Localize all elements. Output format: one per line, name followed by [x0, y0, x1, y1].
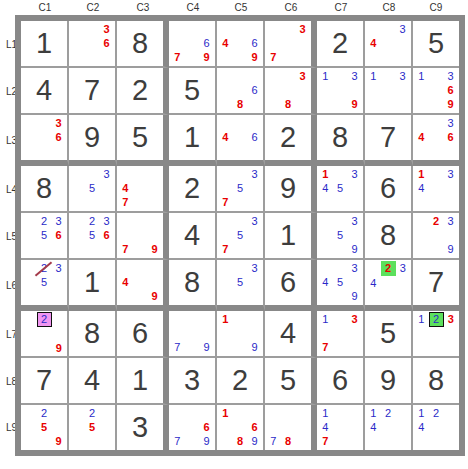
- candidate-7: 7: [218, 196, 233, 210]
- candidate-grid: 469: [217, 21, 263, 66]
- candidate-1: 1: [318, 312, 333, 326]
- cell-value: 4: [169, 213, 215, 258]
- candidate-8: 8: [233, 98, 248, 112]
- cell-value: 1: [117, 358, 163, 403]
- candidate-grid: 79: [169, 311, 215, 356]
- cell-r3c4[interactable]: 1: [169, 115, 217, 166]
- cell-r6c4[interactable]: 8: [169, 260, 217, 311]
- cell-r8c8[interactable]: 9: [365, 358, 413, 405]
- cell-value: 2: [117, 68, 163, 113]
- cell-r2c7[interactable]: 139: [317, 68, 365, 115]
- sudoku-board: 1368679469372345472568381391313693695146…: [15, 15, 465, 456]
- cell-r5c4[interactable]: 4: [169, 213, 217, 260]
- cell-r9c8[interactable]: 124: [365, 405, 413, 450]
- cell-r7c7[interactable]: 137: [317, 311, 365, 358]
- cell-value: 3: [117, 405, 163, 450]
- candidate-8: 8: [281, 98, 296, 112]
- cell-r9c5[interactable]: 1689: [217, 405, 265, 450]
- cell-value: 8: [117, 21, 163, 66]
- cell-r5c3[interactable]: 79: [117, 213, 169, 260]
- candidate-7: 7: [218, 243, 233, 257]
- candidate-grid: 13: [365, 68, 411, 113]
- candidate-grid: 35: [69, 166, 115, 211]
- candidate-1: 1: [414, 167, 429, 181]
- cell-r3c3[interactable]: 5: [117, 115, 169, 166]
- cell-r6c8[interactable]: 234: [365, 260, 413, 311]
- candidate-9: 9: [443, 98, 458, 112]
- candidate-5: 5: [37, 420, 52, 434]
- candidate-8: 8: [281, 435, 296, 449]
- cell-value: 9: [69, 115, 115, 160]
- candidate-4: 4: [318, 275, 333, 289]
- candidate-7: 7: [118, 196, 133, 210]
- cell-r3c7[interactable]: 8: [317, 115, 365, 166]
- candidate-3: 3: [443, 116, 458, 130]
- cell-r6c9[interactable]: 7: [413, 260, 459, 311]
- cell-value: 1: [169, 115, 215, 160]
- cell-r8c3[interactable]: 1: [117, 358, 169, 405]
- cell-r4c5[interactable]: 357: [217, 166, 265, 213]
- cell-value: 6: [317, 358, 363, 403]
- candidate-1: 1: [414, 312, 429, 327]
- candidate-2: 2: [429, 214, 444, 228]
- candidate-2: 2: [381, 261, 396, 276]
- cell-value: 2: [217, 358, 263, 403]
- cell-r9c4[interactable]: 679: [169, 405, 217, 450]
- candidate-grid: 234: [365, 260, 411, 305]
- candidate-grid: 19: [217, 311, 263, 356]
- cell-r5c5[interactable]: 357: [217, 213, 265, 260]
- cell-value: 2: [317, 21, 363, 66]
- candidate-3: 3: [295, 22, 310, 36]
- cell-r9c1[interactable]: 259: [21, 405, 69, 450]
- candidate-5: 5: [333, 275, 348, 289]
- cell-value: 8: [365, 213, 411, 258]
- candidate-7: 7: [170, 51, 185, 65]
- candidate-4: 4: [218, 36, 233, 50]
- cell-value: 6: [265, 260, 311, 305]
- cell-r5c7[interactable]: 359: [317, 213, 365, 260]
- cell-value: 9: [365, 358, 411, 403]
- cell-value: 5: [265, 358, 311, 403]
- candidate-grid: 36: [69, 21, 115, 66]
- candidate-3: 3: [347, 167, 362, 181]
- cell-r1c1[interactable]: 1: [21, 21, 69, 68]
- candidate-grid: 124: [365, 405, 411, 450]
- candidate-grid: 346: [413, 115, 459, 160]
- candidate-grid: 2356: [69, 213, 115, 258]
- cell-r1c2[interactable]: 36: [69, 21, 117, 68]
- candidate-5: 5: [233, 228, 248, 242]
- cell-r2c4[interactable]: 5: [169, 68, 217, 115]
- candidate-4: 4: [414, 130, 429, 144]
- cell-r9c2[interactable]: 25: [69, 405, 117, 450]
- candidate-1: 1: [318, 69, 333, 83]
- highlight-green: 2: [381, 261, 396, 276]
- cell-value: 4: [265, 311, 311, 356]
- candidate-3: 3: [347, 261, 362, 275]
- candidate-6: 6: [247, 83, 262, 97]
- candidate-3: 3: [347, 214, 362, 228]
- candidate-8: 8: [233, 435, 248, 449]
- candidate-9: 9: [347, 290, 362, 304]
- candidate-2: 2: [37, 312, 52, 327]
- cell-r7c9[interactable]: 123: [413, 311, 459, 358]
- cell-r1c9[interactable]: 5: [413, 21, 459, 68]
- col-label-C8: C8: [365, 0, 413, 15]
- cell-r9c3[interactable]: 3: [117, 405, 169, 450]
- candidate-grid: 124: [413, 405, 459, 450]
- candidate-grid: 46: [217, 115, 263, 160]
- candidate-9: 9: [443, 243, 458, 257]
- cell-r4c3[interactable]: 47: [117, 166, 169, 213]
- candidate-grid: 35: [217, 260, 263, 305]
- candidate-grid: 679: [169, 21, 215, 66]
- candidate-9: 9: [247, 341, 262, 355]
- cell-r5c9[interactable]: 239: [413, 213, 459, 260]
- candidate-3: 3: [295, 69, 310, 83]
- candidate-4: 4: [118, 275, 133, 289]
- candidate-grid: 137: [317, 311, 363, 356]
- cell-r4c2[interactable]: 35: [69, 166, 117, 213]
- cell-r7c4[interactable]: 79: [169, 311, 217, 358]
- cell-value: 6: [365, 166, 411, 211]
- cell-r8c5[interactable]: 2: [217, 358, 265, 405]
- cell-value: 8: [69, 311, 115, 356]
- candidate-5: 5: [333, 181, 348, 195]
- cell-value: 8: [317, 115, 363, 160]
- col-label-C5: C5: [217, 0, 265, 15]
- candidate-2: 2: [37, 406, 52, 420]
- candidate-1: 1: [414, 69, 429, 83]
- candidate-9: 9: [147, 243, 162, 257]
- cell-r2c9[interactable]: 1369: [413, 68, 459, 115]
- cell-r9c7[interactable]: 147: [317, 405, 365, 450]
- candidate-1: 1: [366, 69, 381, 83]
- cell-r2c1[interactable]: 4: [21, 68, 69, 115]
- candidate-2: 2: [85, 406, 100, 420]
- cell-value: 9: [265, 166, 311, 211]
- candidate-3: 3: [51, 116, 66, 130]
- cell-r2c5[interactable]: 68: [217, 68, 265, 115]
- cell-r3c8[interactable]: 7: [365, 115, 413, 166]
- cell-r7c8[interactable]: 5: [365, 311, 413, 358]
- candidate-3: 3: [395, 22, 410, 36]
- candidate-4: 4: [414, 181, 429, 195]
- candidate-6: 6: [247, 36, 262, 50]
- candidate-1: 1: [318, 406, 333, 420]
- candidate-7: 7: [266, 435, 281, 449]
- candidate-3: 3: [247, 261, 262, 275]
- candidate-5: 5: [37, 275, 52, 289]
- candidate-grid: 29: [21, 311, 67, 356]
- candidate-4: 4: [118, 181, 133, 195]
- candidate-1: 1: [318, 167, 333, 181]
- cell-value: 4: [69, 358, 115, 403]
- cell-r7c2[interactable]: 8: [69, 311, 117, 358]
- candidate-6: 6: [247, 420, 262, 434]
- candidate-3: 3: [396, 261, 411, 276]
- candidate-2: 2: [37, 261, 52, 275]
- candidate-grid: 36: [21, 115, 67, 160]
- candidate-3: 3: [99, 22, 114, 36]
- cell-r6c5[interactable]: 35: [217, 260, 265, 311]
- candidate-9: 9: [247, 51, 262, 65]
- candidate-6: 6: [99, 36, 114, 50]
- candidate-4: 4: [318, 181, 333, 195]
- cell-r5c6[interactable]: 1: [265, 213, 317, 260]
- candidate-3: 3: [443, 167, 458, 181]
- candidate-3: 3: [444, 312, 459, 327]
- candidate-5: 5: [85, 420, 100, 434]
- cell-r4c7[interactable]: 1345: [317, 166, 365, 213]
- cell-value: 5: [169, 68, 215, 113]
- candidate-6: 6: [247, 130, 262, 144]
- candidate-9: 9: [199, 51, 214, 65]
- candidate-9: 9: [347, 98, 362, 112]
- candidate-9: 9: [199, 435, 214, 449]
- cell-r2c2[interactable]: 7: [69, 68, 117, 115]
- cell-r1c5[interactable]: 469: [217, 21, 265, 68]
- cell-r1c3[interactable]: 8: [117, 21, 169, 68]
- candidate-6: 6: [51, 130, 66, 144]
- cell-value: 6: [117, 311, 163, 356]
- cell-r4c1[interactable]: 8: [21, 166, 69, 213]
- candidate-2: 2: [37, 214, 52, 228]
- cell-r8c7[interactable]: 6: [317, 358, 365, 405]
- cell-r2c6[interactable]: 38: [265, 68, 317, 115]
- candidate-7: 7: [170, 435, 185, 449]
- cell-r4c4[interactable]: 2: [169, 166, 217, 213]
- candidate-5: 5: [85, 228, 100, 242]
- candidate-grid: 38: [265, 68, 311, 113]
- candidate-grid: 357: [217, 166, 263, 211]
- candidate-5: 5: [233, 275, 248, 289]
- cell-value: 8: [21, 166, 67, 211]
- cell-value: 8: [169, 260, 215, 305]
- candidate-3: 3: [443, 69, 458, 83]
- cell-r4c9[interactable]: 134: [413, 166, 459, 213]
- candidate-3: 3: [347, 312, 362, 326]
- cell-value: 8: [413, 358, 459, 403]
- candidate-9: 9: [199, 341, 214, 355]
- candidate-2: 2: [381, 406, 396, 420]
- cell-r6c3[interactable]: 49: [117, 260, 169, 311]
- cell-r6c2[interactable]: 1: [69, 260, 117, 311]
- candidate-1: 1: [414, 406, 429, 420]
- cell-value: 4: [21, 68, 67, 113]
- cell-r8c6[interactable]: 5: [265, 358, 317, 405]
- cell-value: 2: [265, 115, 311, 160]
- candidate-grid: 139: [317, 68, 363, 113]
- candidate-4: 4: [366, 276, 381, 290]
- candidate-3: 3: [99, 167, 114, 181]
- cell-r3c5[interactable]: 46: [217, 115, 265, 166]
- candidate-5: 5: [37, 228, 52, 242]
- candidate-grid: 78: [265, 405, 311, 450]
- candidate-6: 6: [199, 420, 214, 434]
- candidate-grid: 123: [413, 311, 459, 356]
- cell-r5c1[interactable]: 2356: [21, 213, 69, 260]
- candidate-grid: 1689: [217, 405, 263, 450]
- candidate-3: 3: [247, 167, 262, 181]
- candidate-grid: 235: [21, 260, 67, 305]
- candidate-3: 3: [51, 261, 66, 275]
- cell-r7c3[interactable]: 6: [117, 311, 169, 358]
- candidate-3: 3: [443, 214, 458, 228]
- candidate-6: 6: [443, 130, 458, 144]
- candidate-4: 4: [366, 420, 381, 434]
- candidate-1: 1: [218, 406, 233, 420]
- candidate-2: 2: [85, 214, 100, 228]
- cell-value: 7: [69, 68, 115, 113]
- cell-r1c8[interactable]: 34: [365, 21, 413, 68]
- candidate-1: 1: [366, 406, 381, 420]
- col-label-C6: C6: [265, 0, 317, 15]
- candidate-grid: 47: [117, 166, 163, 211]
- candidate-7: 7: [318, 341, 333, 355]
- candidate-grid: 68: [217, 68, 263, 113]
- cell-value: 3: [169, 358, 215, 403]
- cell-r3c6[interactable]: 2: [265, 115, 317, 166]
- candidate-4: 4: [366, 36, 381, 50]
- candidate-6: 6: [51, 228, 66, 242]
- cell-r2c3[interactable]: 2: [117, 68, 169, 115]
- cell-r6c6[interactable]: 6: [265, 260, 317, 311]
- candidate-4: 4: [318, 420, 333, 434]
- cell-r1c7[interactable]: 2: [317, 21, 365, 68]
- candidate-9: 9: [347, 243, 362, 257]
- cell-r3c9[interactable]: 346: [413, 115, 459, 166]
- candidate-grid: 1369: [413, 68, 459, 113]
- candidate-grid: 259: [21, 405, 67, 450]
- cell-r5c2[interactable]: 2356: [69, 213, 117, 260]
- candidate-3: 3: [347, 69, 362, 83]
- highlight-green-border: 2: [429, 312, 444, 327]
- candidate-2: 2: [429, 312, 444, 327]
- col-label-C1: C1: [21, 0, 69, 15]
- candidate-3: 3: [99, 214, 114, 228]
- sudoku-app: C1C2C3C4C5C6C7C8C9 L1L2L3L4L5L6L7L8L9 13…: [0, 0, 468, 469]
- cell-r4c6[interactable]: 9: [265, 166, 317, 213]
- cell-r6c1[interactable]: 235: [21, 260, 69, 311]
- candidate-grid: 679: [169, 405, 215, 450]
- cell-value: 7: [21, 358, 67, 403]
- candidate-4: 4: [414, 420, 429, 434]
- candidate-7: 7: [170, 341, 185, 355]
- cell-r2c8[interactable]: 13: [365, 68, 413, 115]
- candidate-grid: 2356: [21, 213, 67, 258]
- candidate-3: 3: [51, 214, 66, 228]
- candidate-6: 6: [99, 228, 114, 242]
- cell-r8c9[interactable]: 8: [413, 358, 459, 405]
- cell-r7c5[interactable]: 19: [217, 311, 265, 358]
- column-labels: C1C2C3C4C5C6C7C8C9: [21, 0, 459, 15]
- candidate-3: 3: [395, 69, 410, 83]
- candidate-3: 3: [247, 214, 262, 228]
- col-label-C3: C3: [117, 0, 169, 15]
- cell-value: 1: [265, 213, 311, 258]
- cell-value: 2: [169, 166, 215, 211]
- candidate-grid: 147: [317, 405, 363, 450]
- cell-r3c2[interactable]: 9: [69, 115, 117, 166]
- cell-r1c4[interactable]: 679: [169, 21, 217, 68]
- candidate-grid: 79: [117, 213, 163, 258]
- candidate-9: 9: [247, 435, 262, 449]
- cell-r1c6[interactable]: 37: [265, 21, 317, 68]
- cell-r7c6[interactable]: 4: [265, 311, 317, 358]
- cell-value: 7: [413, 260, 459, 305]
- cell-r8c1[interactable]: 7: [21, 358, 69, 405]
- candidate-grid: 49: [117, 260, 163, 305]
- candidate-7: 7: [318, 435, 333, 449]
- candidate-grid: 1345: [317, 166, 363, 211]
- cell-r6c7[interactable]: 3459: [317, 260, 365, 311]
- col-label-C9: C9: [413, 0, 459, 15]
- cell-r9c6[interactable]: 78: [265, 405, 317, 450]
- cell-r5c8[interactable]: 8: [365, 213, 413, 260]
- candidate-7: 7: [266, 51, 281, 65]
- candidate-9: 9: [52, 341, 67, 355]
- col-label-C2: C2: [69, 0, 117, 15]
- col-label-C7: C7: [317, 0, 365, 15]
- candidate-6: 6: [443, 83, 458, 97]
- cell-value: 7: [365, 115, 411, 160]
- candidate-5: 5: [85, 181, 100, 195]
- candidate-9: 9: [51, 435, 66, 449]
- candidate-grid: 25: [69, 405, 115, 450]
- cell-value: 1: [21, 21, 67, 66]
- cell-value: 1: [69, 260, 115, 305]
- candidate-grid: 37: [265, 21, 311, 66]
- candidate-grid: 3459: [317, 260, 363, 305]
- cell-r8c4[interactable]: 3: [169, 358, 217, 405]
- candidate-grid: 359: [317, 213, 363, 258]
- candidate-5: 5: [333, 228, 348, 242]
- cell-r9c9[interactable]: 124: [413, 405, 459, 450]
- candidate-7: 7: [118, 243, 133, 257]
- cell-value: 5: [117, 115, 163, 160]
- col-label-C4: C4: [169, 0, 217, 15]
- cell-r8c2[interactable]: 4: [69, 358, 117, 405]
- candidate-grid: 239: [413, 213, 459, 258]
- highlight-violet: 2: [37, 312, 52, 327]
- candidate-grid: 357: [217, 213, 263, 258]
- candidate-grid: 34: [365, 21, 411, 66]
- candidate-2: 2: [429, 406, 444, 420]
- cell-value: 5: [413, 21, 459, 66]
- candidate-1: 1: [218, 312, 233, 326]
- elimination-slash-icon: [34, 261, 51, 276]
- cell-r4c8[interactable]: 6: [365, 166, 413, 213]
- cell-r7c1[interactable]: 29: [21, 311, 69, 358]
- cell-r3c1[interactable]: 36: [21, 115, 69, 166]
- cell-value: 5: [365, 311, 411, 356]
- candidate-4: 4: [218, 130, 233, 144]
- candidate-grid: 134: [413, 166, 459, 211]
- candidate-5: 5: [233, 181, 248, 195]
- candidate-9: 9: [147, 290, 162, 304]
- candidate-6: 6: [199, 36, 214, 50]
